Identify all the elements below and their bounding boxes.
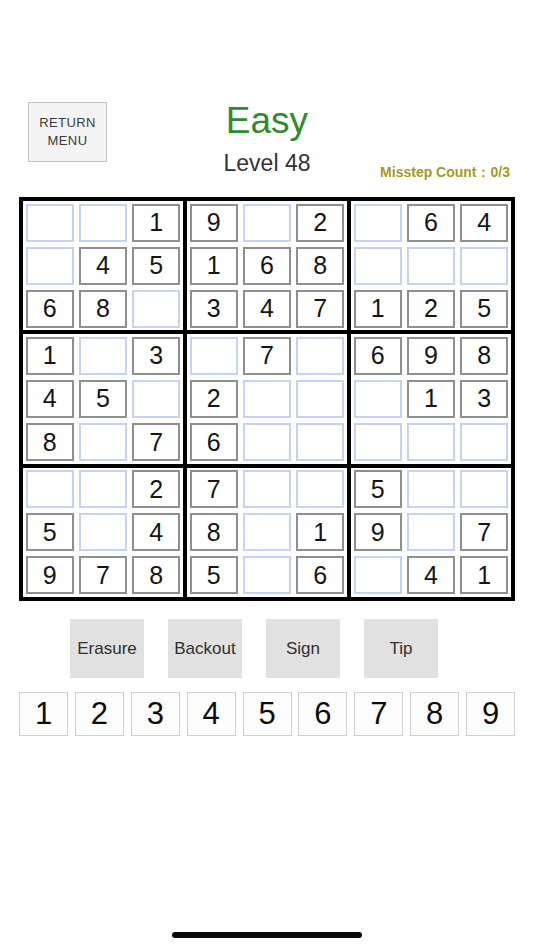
box-1: 14568 (23, 201, 183, 330)
cell-r7c2[interactable] (76, 468, 129, 511)
cell-r5c2[interactable]: 5 (76, 377, 129, 420)
digit-5-button[interactable]: 5 (243, 692, 292, 736)
cell-r2c8[interactable] (404, 244, 457, 287)
cell-value: 4 (407, 556, 455, 594)
cell-empty (407, 470, 455, 508)
cell-r3c1[interactable]: 6 (23, 287, 76, 330)
sign-button[interactable]: Sign (266, 619, 340, 678)
cell-empty (407, 513, 455, 551)
cell-value: 7 (132, 423, 180, 461)
cell-r4c2[interactable] (76, 334, 129, 377)
cell-empty (354, 423, 402, 461)
cell-empty (190, 337, 238, 375)
cell-r8c8[interactable] (404, 511, 457, 554)
cell-empty (79, 423, 127, 461)
cell-r3c2[interactable]: 8 (76, 287, 129, 330)
home-indicator-bar (172, 932, 362, 938)
cell-r3c6[interactable]: 7 (294, 287, 347, 330)
cell-value: 1 (26, 337, 74, 375)
cell-value: 8 (26, 423, 74, 461)
cell-r1c9[interactable]: 4 (458, 201, 511, 244)
cell-value: 1 (407, 380, 455, 418)
cell-empty (296, 380, 344, 418)
cell-value: 7 (190, 470, 238, 508)
cell-empty (79, 513, 127, 551)
cell-value: 3 (132, 337, 180, 375)
cell-value: 4 (132, 513, 180, 551)
cell-r6c3[interactable]: 7 (130, 421, 183, 464)
cell-empty (354, 247, 402, 285)
cell-value: 1 (296, 513, 344, 551)
cell-empty (296, 423, 344, 461)
cell-empty (460, 247, 508, 285)
cell-empty (407, 423, 455, 461)
cell-r4c1[interactable]: 1 (23, 334, 76, 377)
cell-r8c7[interactable]: 9 (351, 511, 404, 554)
cell-value: 4 (79, 247, 127, 285)
cell-r6c8[interactable] (404, 421, 457, 464)
cell-value: 8 (296, 247, 344, 285)
cell-r1c1[interactable] (23, 201, 76, 244)
box-3: 64125 (351, 201, 511, 330)
cell-value: 6 (354, 337, 402, 375)
cell-r6c4[interactable]: 6 (187, 421, 240, 464)
cell-r4c5[interactable]: 7 (240, 334, 293, 377)
cell-value: 9 (354, 513, 402, 551)
cell-r3c9[interactable]: 5 (458, 287, 511, 330)
cell-r9c6[interactable]: 6 (294, 554, 347, 597)
cell-r3c8[interactable]: 2 (404, 287, 457, 330)
cell-value: 1 (354, 290, 402, 328)
cell-empty (79, 470, 127, 508)
cell-empty (243, 470, 291, 508)
cell-value: 1 (460, 556, 508, 594)
cell-r6c2[interactable] (76, 421, 129, 464)
cell-r3c3[interactable] (130, 287, 183, 330)
cell-empty (26, 247, 74, 285)
cell-empty (354, 380, 402, 418)
cell-r1c3[interactable]: 1 (130, 201, 183, 244)
cell-r9c9[interactable]: 1 (458, 554, 511, 597)
cell-value: 8 (79, 290, 127, 328)
cell-r1c7[interactable] (351, 201, 404, 244)
cell-value: 6 (296, 556, 344, 594)
cell-r3c4[interactable]: 3 (187, 287, 240, 330)
cell-r5c1[interactable]: 4 (23, 377, 76, 420)
cell-value: 5 (132, 247, 180, 285)
cell-r5c5[interactable] (240, 377, 293, 420)
cell-r8c9[interactable]: 7 (458, 511, 511, 554)
cell-value: 5 (354, 470, 402, 508)
cell-r1c2[interactable] (76, 201, 129, 244)
cell-empty (460, 470, 508, 508)
cell-value: 4 (243, 290, 291, 328)
cell-value: 5 (460, 290, 508, 328)
cell-empty (79, 337, 127, 375)
cell-r2c4[interactable]: 1 (187, 244, 240, 287)
cell-r5c6[interactable] (294, 377, 347, 420)
cell-r1c5[interactable] (240, 201, 293, 244)
cell-value: 2 (132, 470, 180, 508)
cell-r4c7[interactable]: 6 (351, 334, 404, 377)
cell-r5c4[interactable]: 2 (187, 377, 240, 420)
digit-6-button[interactable]: 6 (298, 692, 347, 736)
cell-value: 3 (460, 380, 508, 418)
sudoku-app-screen: RETURN MENU Easy Level 48 Misstep Count：… (0, 0, 534, 950)
cell-value: 5 (79, 380, 127, 418)
cell-value: 3 (190, 290, 238, 328)
cell-r1c4[interactable]: 9 (187, 201, 240, 244)
cell-value: 7 (79, 556, 127, 594)
cell-r4c3[interactable]: 3 (130, 334, 183, 377)
cell-r2c9[interactable] (458, 244, 511, 287)
cell-empty (132, 290, 180, 328)
cell-r8c6[interactable]: 1 (294, 511, 347, 554)
digit-3-button[interactable]: 3 (131, 692, 180, 736)
cell-r7c7[interactable]: 5 (351, 468, 404, 511)
cell-value: 9 (26, 556, 74, 594)
cell-r7c6[interactable] (294, 468, 347, 511)
cell-r7c4[interactable]: 7 (187, 468, 240, 511)
cell-value: 4 (26, 380, 74, 418)
box-5: 726 (187, 334, 347, 463)
cell-value: 2 (407, 290, 455, 328)
cell-r7c8[interactable] (404, 468, 457, 511)
cell-r2c6[interactable]: 8 (294, 244, 347, 287)
cell-empty (354, 204, 402, 242)
digit-8-button[interactable]: 8 (410, 692, 459, 736)
cell-value: 4 (460, 204, 508, 242)
cell-r7c1[interactable] (23, 468, 76, 511)
cell-value: 7 (296, 290, 344, 328)
cell-r4c9[interactable]: 8 (458, 334, 511, 377)
cell-empty (26, 204, 74, 242)
cell-r7c5[interactable] (240, 468, 293, 511)
cell-value: 6 (190, 423, 238, 461)
cell-value: 1 (132, 204, 180, 242)
cell-value: 8 (132, 556, 180, 594)
cell-empty (243, 204, 291, 242)
cell-value: 6 (407, 204, 455, 242)
cell-r8c2[interactable] (76, 511, 129, 554)
cell-value: 8 (190, 513, 238, 551)
cell-r2c1[interactable] (23, 244, 76, 287)
cell-value: 9 (407, 337, 455, 375)
box-8: 78156 (187, 468, 347, 597)
cell-r8c4[interactable]: 8 (187, 511, 240, 554)
cell-r3c7[interactable]: 1 (351, 287, 404, 330)
cell-r5c8[interactable]: 1 (404, 377, 457, 420)
cell-r5c7[interactable] (351, 377, 404, 420)
cell-r9c5[interactable] (240, 554, 293, 597)
erasure-button[interactable]: Erasure (70, 619, 144, 678)
digit-4-button[interactable]: 4 (187, 692, 236, 736)
cell-value: 6 (243, 247, 291, 285)
cell-r1c8[interactable]: 6 (404, 201, 457, 244)
cell-value: 2 (190, 380, 238, 418)
box-7: 254978 (23, 468, 183, 597)
digit-buttons: 123456789 (19, 692, 515, 736)
misstep-counter: Misstep Count：0/3 (380, 164, 510, 182)
cell-value: 7 (243, 337, 291, 375)
cell-r6c9[interactable] (458, 421, 511, 464)
cell-r8c1[interactable]: 5 (23, 511, 76, 554)
box-6: 69813 (351, 334, 511, 463)
cell-empty (354, 556, 402, 594)
cell-r8c5[interactable] (240, 511, 293, 554)
cell-r7c9[interactable] (458, 468, 511, 511)
cell-r9c2[interactable]: 7 (76, 554, 129, 597)
cell-r2c5[interactable]: 6 (240, 244, 293, 287)
digit-2-button[interactable]: 2 (75, 692, 124, 736)
cell-value: 6 (26, 290, 74, 328)
cell-empty (243, 423, 291, 461)
cell-r5c9[interactable]: 3 (458, 377, 511, 420)
sudoku-board: 1456892168347641251345877266981325497878… (19, 197, 515, 601)
cell-r6c6[interactable] (294, 421, 347, 464)
cell-r2c7[interactable] (351, 244, 404, 287)
cell-empty (79, 204, 127, 242)
cell-value: 2 (296, 204, 344, 242)
cell-empty (243, 556, 291, 594)
cell-empty (243, 513, 291, 551)
cell-r6c5[interactable] (240, 421, 293, 464)
cell-value: 9 (190, 204, 238, 242)
cell-value: 5 (190, 556, 238, 594)
cell-r9c8[interactable]: 4 (404, 554, 457, 597)
cell-empty (407, 247, 455, 285)
cell-empty (296, 470, 344, 508)
box-4: 134587 (23, 334, 183, 463)
cell-r9c3[interactable]: 8 (130, 554, 183, 597)
cell-value: 5 (26, 513, 74, 551)
cell-r4c4[interactable] (187, 334, 240, 377)
cell-r9c7[interactable] (351, 554, 404, 597)
cell-r3c5[interactable]: 4 (240, 287, 293, 330)
tip-button[interactable]: Tip (364, 619, 438, 678)
cell-empty (460, 423, 508, 461)
digit-1-button[interactable]: 1 (19, 692, 68, 736)
cell-r2c3[interactable]: 5 (130, 244, 183, 287)
difficulty-title: Easy (0, 100, 534, 142)
cell-r6c7[interactable] (351, 421, 404, 464)
cell-r2c2[interactable]: 4 (76, 244, 129, 287)
cell-empty (132, 380, 180, 418)
cell-r1c6[interactable]: 2 (294, 201, 347, 244)
box-2: 92168347 (187, 201, 347, 330)
digit-9-button[interactable]: 9 (466, 692, 515, 736)
cell-value: 8 (460, 337, 508, 375)
cell-value: 7 (460, 513, 508, 551)
cell-r9c4[interactable]: 5 (187, 554, 240, 597)
box-9: 59741 (351, 468, 511, 597)
cell-empty (26, 470, 74, 508)
action-buttons: ErasureBackoutSignTip (70, 619, 438, 678)
cell-value: 1 (190, 247, 238, 285)
digit-7-button[interactable]: 7 (354, 692, 403, 736)
cell-r5c3[interactable] (130, 377, 183, 420)
cell-empty (243, 380, 291, 418)
cell-r8c3[interactable]: 4 (130, 511, 183, 554)
backout-button[interactable]: Backout (168, 619, 242, 678)
cell-empty (296, 337, 344, 375)
cell-r4c6[interactable] (294, 334, 347, 377)
cell-r6c1[interactable]: 8 (23, 421, 76, 464)
cell-r9c1[interactable]: 9 (23, 554, 76, 597)
cell-r7c3[interactable]: 2 (130, 468, 183, 511)
cell-r4c8[interactable]: 9 (404, 334, 457, 377)
